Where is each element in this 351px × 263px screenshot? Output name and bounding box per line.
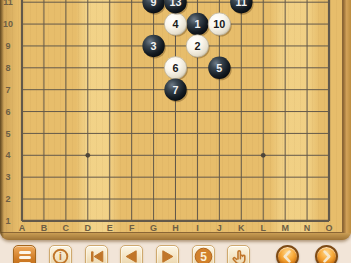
skip-to-start-button[interactable] — [85, 245, 108, 263]
column-label: G — [150, 223, 157, 233]
column-label: D — [85, 223, 92, 233]
column-label: H — [172, 223, 179, 233]
stone-black-1: 1 — [186, 13, 210, 37]
svg-text:13: 13 — [170, 0, 182, 8]
triangle-left-icon — [121, 246, 142, 263]
stone-black-9: 9 — [142, 0, 166, 15]
hand-pointer-icon — [228, 246, 251, 263]
skip-to-start-icon — [86, 246, 107, 263]
stone-black-13: 13 — [164, 0, 188, 15]
chevron-left-icon — [278, 247, 297, 263]
column-label: K — [238, 223, 245, 233]
info-button[interactable]: i — [49, 245, 72, 263]
row-label: 10 — [3, 19, 13, 29]
goban-board[interactable]: ABCDEFGHIJKLMNO1234567891011121314151234… — [0, 0, 351, 240]
svg-text:5: 5 — [200, 250, 207, 263]
row-label: 7 — [5, 85, 10, 95]
column-label: N — [304, 223, 311, 233]
stone-white-10: 10 — [208, 13, 232, 37]
svg-text:9: 9 — [151, 0, 157, 8]
star-point — [261, 153, 266, 158]
svg-text:3: 3 — [151, 40, 157, 52]
column-label: F — [129, 223, 135, 233]
column-label: O — [326, 223, 333, 233]
stone-black-5: 5 — [208, 57, 232, 81]
menu-bars-icon — [19, 256, 31, 259]
column-label: M — [281, 223, 289, 233]
column-label: A — [19, 223, 26, 233]
stone-white-6: 6 — [164, 57, 188, 81]
svg-text:2: 2 — [194, 40, 200, 52]
svg-text:7: 7 — [173, 84, 179, 96]
row-label: 9 — [5, 41, 10, 51]
row-label: 5 — [5, 129, 10, 139]
stone-black-11: 11 — [230, 0, 254, 15]
place-stone-button[interactable] — [227, 245, 250, 263]
stone-black-3: 3 — [142, 35, 166, 59]
svg-text:4: 4 — [173, 18, 179, 30]
triangle-right-icon — [157, 246, 178, 263]
chevron-right-icon — [317, 247, 336, 263]
menu-button[interactable] — [13, 245, 36, 263]
row-label: 4 — [5, 150, 10, 160]
column-label: L — [260, 223, 266, 233]
column-label: J — [217, 223, 222, 233]
svg-text:11: 11 — [236, 0, 247, 8]
row-label: 1 — [5, 216, 10, 226]
board-grid[interactable]: ABCDEFGHIJKLMNO1234567891011121314151234… — [0, 0, 351, 240]
show-five-moves-button[interactable]: 5 — [192, 245, 215, 263]
menu-bars-icon — [19, 251, 31, 254]
row-label: 3 — [5, 172, 10, 182]
stone-black-7: 7 — [164, 78, 188, 102]
app-window: ABCDEFGHIJKLMNO1234567891011121314151234… — [0, 0, 351, 263]
svg-text:6: 6 — [173, 62, 179, 74]
step-back-button[interactable] — [120, 245, 143, 263]
column-label: B — [41, 223, 48, 233]
column-label: E — [107, 223, 113, 233]
column-label: I — [196, 223, 199, 233]
svg-text:1: 1 — [194, 18, 200, 30]
svg-text:i: i — [59, 250, 62, 262]
info-circle-icon: i — [50, 246, 71, 263]
next-round-button[interactable] — [315, 245, 338, 263]
number-badge-icon: 5 — [193, 246, 214, 263]
svg-text:10: 10 — [213, 18, 225, 30]
stone-white-4: 4 — [164, 13, 188, 37]
row-label: 6 — [5, 107, 10, 117]
column-label: C — [63, 223, 70, 233]
svg-text:5: 5 — [216, 62, 222, 74]
step-forward-button[interactable] — [156, 245, 179, 263]
row-label: 8 — [5, 63, 10, 73]
stone-white-2: 2 — [186, 35, 210, 59]
previous-round-button[interactable] — [276, 245, 299, 263]
row-label: 11 — [3, 0, 13, 7]
row-label: 2 — [5, 194, 10, 204]
star-point — [85, 153, 90, 158]
